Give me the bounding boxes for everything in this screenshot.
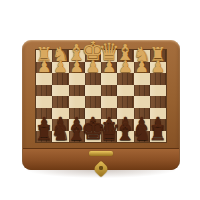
square-d2: ♟ <box>101 62 117 74</box>
square-f3 <box>69 73 85 85</box>
square-g2: ♟ <box>52 62 68 74</box>
square-d5 <box>101 96 117 108</box>
square-a2: ♟ <box>150 62 166 74</box>
square-g7: ♟ <box>52 119 68 131</box>
clasp-plate <box>89 151 113 156</box>
square-h1: ♜ <box>36 50 52 62</box>
square-a3 <box>150 73 166 85</box>
square-h6 <box>36 108 52 120</box>
box-front-face <box>23 148 179 170</box>
square-e5 <box>85 96 101 108</box>
square-a5 <box>150 96 166 108</box>
square-a7: ♟ <box>150 119 166 131</box>
square-b1: ♞ <box>134 50 150 62</box>
square-e3 <box>85 73 101 85</box>
square-g3 <box>52 73 68 85</box>
square-b7: ♟ <box>134 119 150 131</box>
square-d8: ♛ <box>101 131 117 143</box>
square-g4 <box>52 85 68 97</box>
chess-board: ♜♞♝♚♛♝♞♜♟♟♟♟♟♟♟♟♟♟♟♟♟♟♟♟♜♞♝♚♛♝♞♜ <box>36 50 166 142</box>
square-e8: ♚ <box>85 131 101 143</box>
square-c7: ♟ <box>117 119 133 131</box>
square-e4 <box>85 85 101 97</box>
square-d1: ♛ <box>101 50 117 62</box>
square-c4 <box>117 85 133 97</box>
square-c1: ♝ <box>117 50 133 62</box>
square-d3 <box>101 73 117 85</box>
square-b5 <box>134 96 150 108</box>
square-h5 <box>36 96 52 108</box>
square-f5 <box>69 96 85 108</box>
square-b4 <box>134 85 150 97</box>
square-h4 <box>36 85 52 97</box>
square-b2: ♟ <box>134 62 150 74</box>
chess-box: ♜♞♝♚♛♝♞♜♟♟♟♟♟♟♟♟♟♟♟♟♟♟♟♟♜♞♝♚♛♝♞♜ <box>22 40 180 170</box>
square-h3 <box>36 73 52 85</box>
square-b3 <box>134 73 150 85</box>
square-c3 <box>117 73 133 85</box>
square-g1: ♞ <box>52 50 68 62</box>
square-e2: ♟ <box>85 62 101 74</box>
square-h8: ♜ <box>36 131 52 143</box>
square-g8: ♞ <box>52 131 68 143</box>
square-f6 <box>69 108 85 120</box>
square-b8: ♞ <box>134 131 150 143</box>
square-c6 <box>117 108 133 120</box>
square-f8: ♝ <box>69 131 85 143</box>
square-a8: ♜ <box>150 131 166 143</box>
square-a4 <box>150 85 166 97</box>
square-e1: ♚ <box>85 50 101 62</box>
square-d4 <box>101 85 117 97</box>
square-a1: ♜ <box>150 50 166 62</box>
product-photo: ♜♞♝♚♛♝♞♜♟♟♟♟♟♟♟♟♟♟♟♟♟♟♟♟♜♞♝♚♛♝♞♜ <box>0 0 200 200</box>
square-b6 <box>134 108 150 120</box>
square-a6 <box>150 108 166 120</box>
square-c8: ♝ <box>117 131 133 143</box>
square-c5 <box>117 96 133 108</box>
square-h7: ♟ <box>36 119 52 131</box>
clasp-hole <box>99 166 103 170</box>
square-e6 <box>85 108 101 120</box>
square-g6 <box>52 108 68 120</box>
square-g5 <box>52 96 68 108</box>
square-d7: ♟ <box>101 119 117 131</box>
square-f4 <box>69 85 85 97</box>
square-f2: ♟ <box>69 62 85 74</box>
square-e7: ♟ <box>85 119 101 131</box>
square-c2: ♟ <box>117 62 133 74</box>
square-d6 <box>101 108 117 120</box>
square-h2: ♟ <box>36 62 52 74</box>
square-f7: ♟ <box>69 119 85 131</box>
square-f1: ♝ <box>69 50 85 62</box>
